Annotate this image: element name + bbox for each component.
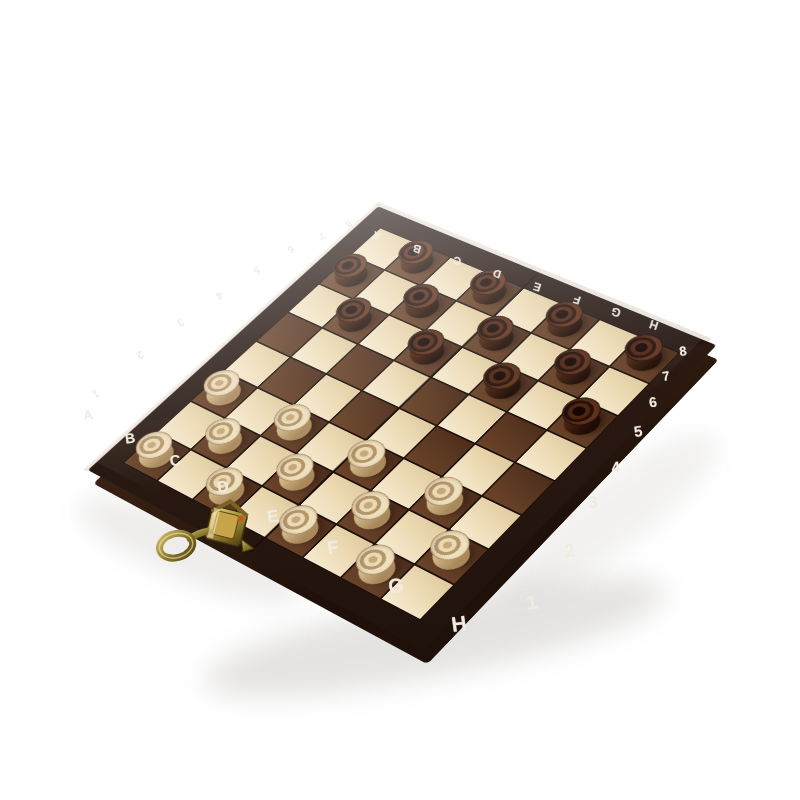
checker-light-b2 — [201, 425, 250, 460]
checker-dark-e7 — [471, 323, 520, 356]
rank-label-far-6: 6 — [285, 243, 297, 256]
file-label-near-C: C — [168, 451, 181, 469]
checker-dark-f6 — [478, 370, 528, 404]
file-label-near-G: G — [387, 574, 406, 599]
photo-canvas: ABCDEFGH12345678ABCDEFGH12345678 — [0, 0, 800, 800]
file-label-near-H: H — [450, 611, 468, 637]
file-label-near-A: A — [82, 407, 93, 423]
checker-light-e1 — [274, 512, 325, 550]
checker-dark-g7 — [548, 356, 598, 390]
file-label-near-B: B — [124, 429, 136, 446]
rank-label-far-3: 3 — [175, 316, 187, 329]
checker-light-h2 — [424, 537, 477, 576]
checker-dark-h6 — [556, 405, 607, 441]
checker-dark-c7 — [398, 292, 446, 324]
rank-label-far-4: 4 — [214, 289, 226, 302]
square-h4 — [482, 463, 552, 514]
rank-label-far-2: 2 — [134, 348, 146, 362]
rank-label-near-1: 1 — [525, 591, 539, 614]
square-a5 — [257, 313, 321, 357]
brass-clasp-icon — [150, 492, 270, 587]
rank-label-far-1: 1 — [89, 386, 102, 401]
checker-light-f2 — [346, 498, 397, 536]
rank-label-far-5: 5 — [251, 264, 263, 277]
checker-dark-d6 — [403, 337, 452, 370]
rank-label-far-7: 7 — [317, 230, 328, 242]
